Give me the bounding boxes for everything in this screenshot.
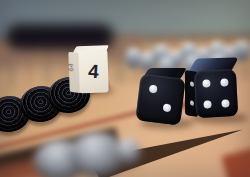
chrome-checker-foreground (116, 138, 140, 166)
chrome-checkers-foreground (0, 0, 250, 177)
backgammon-photo-scene: 64 4 (0, 0, 250, 177)
